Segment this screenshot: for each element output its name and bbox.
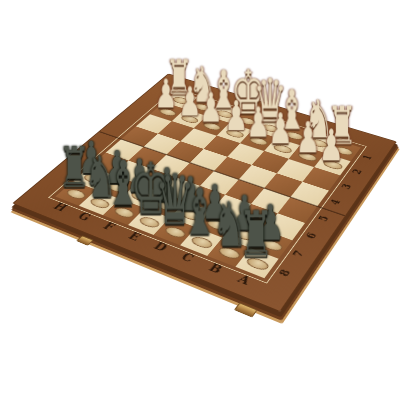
piece-base — [332, 145, 355, 156]
piece-base — [81, 173, 105, 186]
piece-base — [192, 102, 213, 112]
piece-base — [236, 116, 257, 126]
square-f4[interactable] — [166, 141, 203, 163]
piece-base — [129, 190, 153, 203]
brass-hinge — [76, 235, 94, 246]
piece-base — [307, 138, 329, 149]
piece-base — [216, 245, 242, 261]
piece-base — [283, 130, 305, 141]
rank-label-7: 7 — [289, 247, 307, 261]
piece-base — [259, 238, 285, 253]
piece-base — [178, 208, 203, 222]
piece-base — [224, 128, 246, 139]
piece-base — [112, 206, 137, 220]
piece-base — [153, 199, 178, 213]
piece-base — [231, 228, 257, 243]
piece-base — [201, 121, 223, 132]
piece-base — [247, 136, 269, 147]
rank-label-1: 1 — [359, 152, 374, 162]
piece-base — [137, 215, 162, 229]
piece-base — [88, 197, 113, 210]
piece-base — [296, 151, 319, 163]
piece-base — [271, 143, 293, 154]
piece-base — [214, 109, 235, 119]
rank-label-8: 8 — [275, 266, 294, 280]
rank-label-5: 5 — [315, 212, 332, 224]
piece-base — [162, 225, 188, 240]
square-e3[interactable] — [204, 136, 241, 157]
rank-label-4: 4 — [327, 196, 343, 208]
square-e5[interactable] — [176, 163, 214, 186]
piece-base — [204, 218, 229, 232]
product-photo-stage: ♜♞♝♚♛♝♞♜♟♟♟♟♟♟♟♟♟♟♟♟♟♟♟♟♜♞♝♚♛♝♞♜ H1G2F3E… — [0, 0, 400, 400]
rank-label-6: 6 — [302, 229, 319, 242]
rank-label-2: 2 — [349, 166, 365, 177]
brass-clasp — [234, 302, 258, 317]
piece-base — [321, 159, 344, 171]
piece-base — [157, 107, 178, 117]
piece-base — [189, 235, 215, 250]
board-grid: ♜♞♝♚♛♝♞♜♟♟♟♟♟♟♟♟♟♟♟♟♟♟♟♟♜♞♝♚♛♝♞♜ — [55, 91, 360, 278]
piece-base — [179, 114, 200, 124]
chess-board: ♜♞♝♚♛♝♞♜♟♟♟♟♟♟♟♟♟♟♟♟♟♟♟♟♜♞♝♚♛♝♞♜ H1G2F3E… — [12, 74, 397, 312]
piece-base — [171, 96, 192, 106]
square-f5[interactable] — [152, 155, 190, 178]
board-scene: ♜♞♝♚♛♝♞♜♟♟♟♟♟♟♟♟♟♟♟♟♟♟♟♟♜♞♝♚♛♝♞♜ H1G2F3E… — [0, 0, 400, 400]
piece-base — [105, 181, 129, 194]
square-a5[interactable] — [278, 197, 318, 223]
piece-base — [244, 256, 271, 272]
piece-glyph: ♜ — [160, 54, 199, 102]
piece-base — [260, 123, 282, 134]
rank-label-3: 3 — [338, 181, 354, 192]
